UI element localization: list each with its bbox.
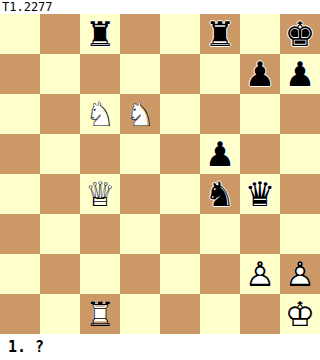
black-rook-icon: ♜ (200, 14, 240, 54)
square-a4[interactable] (0, 174, 40, 214)
square-a5[interactable] (0, 134, 40, 174)
square-b7[interactable] (40, 54, 80, 94)
square-d8[interactable] (120, 14, 160, 54)
black-queen-icon: ♛ (240, 174, 280, 214)
square-h4[interactable] (280, 174, 320, 214)
square-f4[interactable]: ♞ (200, 174, 240, 214)
square-g8[interactable] (240, 14, 280, 54)
square-h7[interactable]: ♟ (280, 54, 320, 94)
square-d4[interactable] (120, 174, 160, 214)
square-c5[interactable] (80, 134, 120, 174)
square-g4[interactable]: ♛ (240, 174, 280, 214)
square-b3[interactable] (40, 214, 80, 254)
square-c2[interactable] (80, 254, 120, 294)
square-a1[interactable] (0, 294, 40, 334)
square-e3[interactable] (160, 214, 200, 254)
square-d6[interactable]: ♞♘ (120, 94, 160, 134)
square-e6[interactable] (160, 94, 200, 134)
square-a7[interactable] (0, 54, 40, 94)
square-f6[interactable] (200, 94, 240, 134)
white-knight-icon: ♘ (120, 94, 160, 134)
square-g6[interactable] (240, 94, 280, 134)
square-a2[interactable] (0, 254, 40, 294)
square-f7[interactable] (200, 54, 240, 94)
white-pawn-icon: ♙ (280, 254, 320, 294)
puzzle-id: T1.2277 (2, 0, 53, 14)
square-g3[interactable] (240, 214, 280, 254)
black-pawn-icon: ♟ (280, 54, 320, 94)
square-g1[interactable] (240, 294, 280, 334)
white-knight-fill: ♞ (80, 94, 120, 134)
white-rook-icon: ♖ (80, 294, 120, 334)
square-f3[interactable] (200, 214, 240, 254)
white-rook-fill: ♜ (80, 294, 120, 334)
white-knight-fill: ♞ (120, 94, 160, 134)
square-a8[interactable] (0, 14, 40, 54)
black-pawn-icon: ♟ (200, 134, 240, 174)
square-g2[interactable]: ♟♙ (240, 254, 280, 294)
square-c3[interactable] (80, 214, 120, 254)
square-e1[interactable] (160, 294, 200, 334)
square-f5[interactable]: ♟ (200, 134, 240, 174)
square-b4[interactable] (40, 174, 80, 214)
square-g5[interactable] (240, 134, 280, 174)
black-knight-icon: ♞ (200, 174, 240, 214)
white-pawn-icon: ♙ (240, 254, 280, 294)
white-king-icon: ♔ (280, 294, 320, 334)
black-pawn-icon: ♟ (240, 54, 280, 94)
square-h1[interactable]: ♚♔ (280, 294, 320, 334)
square-f8[interactable]: ♜ (200, 14, 240, 54)
square-h8[interactable]: ♚ (280, 14, 320, 54)
square-h6[interactable] (280, 94, 320, 134)
black-king-icon: ♚ (280, 14, 320, 54)
square-e2[interactable] (160, 254, 200, 294)
white-queen-fill: ♛ (80, 174, 120, 214)
white-pawn-fill: ♟ (280, 254, 320, 294)
square-e8[interactable] (160, 14, 200, 54)
square-c1[interactable]: ♜♖ (80, 294, 120, 334)
square-h3[interactable] (280, 214, 320, 254)
square-f2[interactable] (200, 254, 240, 294)
square-f1[interactable] (200, 294, 240, 334)
square-c4[interactable]: ♛♕ (80, 174, 120, 214)
square-b1[interactable] (40, 294, 80, 334)
square-d2[interactable] (120, 254, 160, 294)
square-b5[interactable] (40, 134, 80, 174)
square-e7[interactable] (160, 54, 200, 94)
move-prompt: 1. ? (8, 338, 44, 356)
square-h2[interactable]: ♟♙ (280, 254, 320, 294)
square-b2[interactable] (40, 254, 80, 294)
square-g7[interactable]: ♟ (240, 54, 280, 94)
square-a3[interactable] (0, 214, 40, 254)
square-c7[interactable] (80, 54, 120, 94)
square-e4[interactable] (160, 174, 200, 214)
square-e5[interactable] (160, 134, 200, 174)
white-king-fill: ♚ (280, 294, 320, 334)
square-h5[interactable] (280, 134, 320, 174)
square-d7[interactable] (120, 54, 160, 94)
square-c6[interactable]: ♞♘ (80, 94, 120, 134)
white-queen-icon: ♕ (80, 174, 120, 214)
square-a6[interactable] (0, 94, 40, 134)
white-knight-icon: ♘ (80, 94, 120, 134)
square-d1[interactable] (120, 294, 160, 334)
black-rook-icon: ♜ (80, 14, 120, 54)
square-c8[interactable]: ♜ (80, 14, 120, 54)
chess-board: ♜♜♚♟♟♞♘♞♘♟♛♕♞♛♟♙♟♙♜♖♚♔ (0, 14, 320, 334)
square-d3[interactable] (120, 214, 160, 254)
square-d5[interactable] (120, 134, 160, 174)
white-pawn-fill: ♟ (240, 254, 280, 294)
square-b8[interactable] (40, 14, 80, 54)
square-b6[interactable] (40, 94, 80, 134)
